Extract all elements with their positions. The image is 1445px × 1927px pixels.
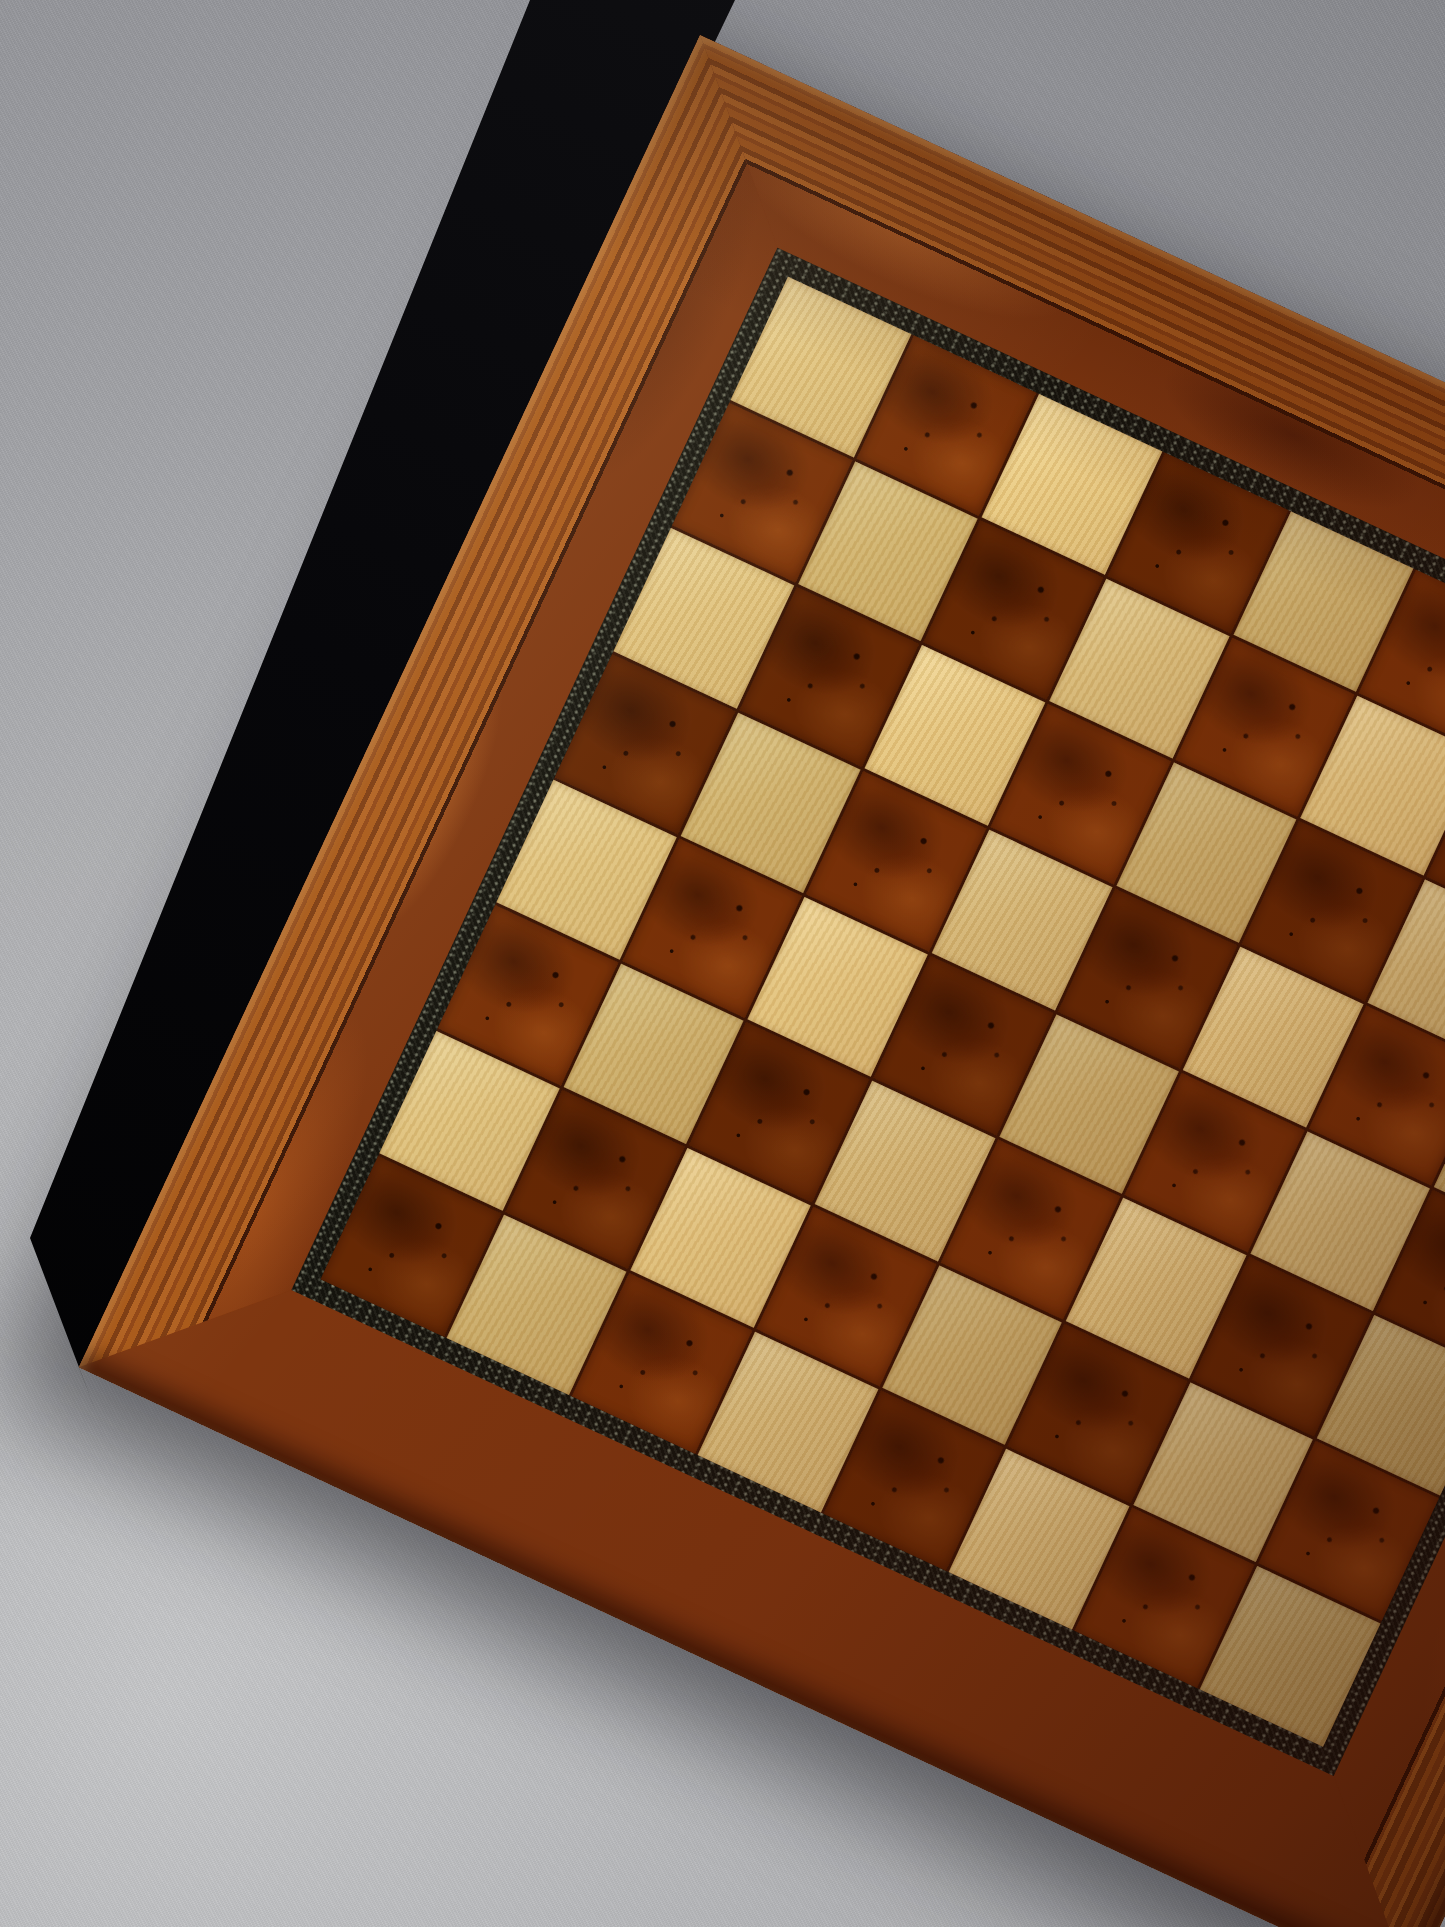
photo-stage: Overhead angled photograph of an empty h… bbox=[0, 0, 1445, 1927]
